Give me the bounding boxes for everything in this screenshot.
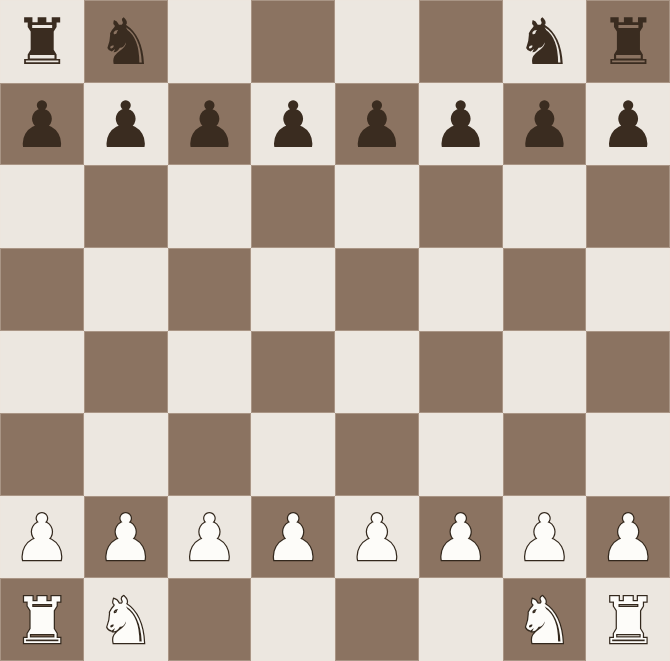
- square-c1[interactable]: [168, 578, 252, 661]
- black-knight-piece[interactable]: ♞: [516, 10, 573, 74]
- square-g2[interactable]: ♟: [503, 496, 587, 579]
- square-c3[interactable]: [168, 413, 252, 496]
- black-pawn-piece[interactable]: ♟: [432, 93, 489, 157]
- square-b2[interactable]: ♟: [84, 496, 168, 579]
- white-pawn-piece[interactable]: ♟: [13, 506, 70, 570]
- square-e4[interactable]: [335, 331, 419, 414]
- square-a8[interactable]: ♜: [0, 0, 84, 83]
- square-a3[interactable]: [0, 413, 84, 496]
- square-f1[interactable]: [419, 578, 503, 661]
- black-pawn-piece[interactable]: ♟: [348, 93, 405, 157]
- square-d8[interactable]: [251, 0, 335, 83]
- square-b7[interactable]: ♟: [84, 83, 168, 166]
- square-g1[interactable]: ♞: [503, 578, 587, 661]
- square-e5[interactable]: [335, 248, 419, 331]
- square-e1[interactable]: [335, 578, 419, 661]
- black-pawn-piece[interactable]: ♟: [264, 93, 321, 157]
- square-c2[interactable]: ♟: [168, 496, 252, 579]
- square-g6[interactable]: [503, 165, 587, 248]
- square-f2[interactable]: ♟: [419, 496, 503, 579]
- square-f4[interactable]: [419, 331, 503, 414]
- square-h8[interactable]: ♜: [586, 0, 670, 83]
- square-d6[interactable]: [251, 165, 335, 248]
- white-pawn-piece[interactable]: ♟: [348, 506, 405, 570]
- square-h5[interactable]: [586, 248, 670, 331]
- square-f8[interactable]: [419, 0, 503, 83]
- square-e3[interactable]: [335, 413, 419, 496]
- black-pawn-piece[interactable]: ♟: [181, 93, 238, 157]
- square-d2[interactable]: ♟: [251, 496, 335, 579]
- square-c7[interactable]: ♟: [168, 83, 252, 166]
- white-knight-piece[interactable]: ♞: [97, 589, 154, 653]
- square-h3[interactable]: [586, 413, 670, 496]
- square-h2[interactable]: ♟: [586, 496, 670, 579]
- square-g5[interactable]: [503, 248, 587, 331]
- square-f7[interactable]: ♟: [419, 83, 503, 166]
- black-pawn-piece[interactable]: ♟: [599, 93, 656, 157]
- white-rook-piece[interactable]: ♜: [13, 589, 70, 653]
- square-b5[interactable]: [84, 248, 168, 331]
- black-rook-piece[interactable]: ♜: [13, 10, 70, 74]
- white-pawn-piece[interactable]: ♟: [599, 506, 656, 570]
- square-g8[interactable]: ♞: [503, 0, 587, 83]
- square-g4[interactable]: [503, 331, 587, 414]
- square-h7[interactable]: ♟: [586, 83, 670, 166]
- square-c6[interactable]: [168, 165, 252, 248]
- white-pawn-piece[interactable]: ♟: [181, 506, 238, 570]
- white-pawn-piece[interactable]: ♟: [432, 506, 489, 570]
- square-g7[interactable]: ♟: [503, 83, 587, 166]
- square-e7[interactable]: ♟: [335, 83, 419, 166]
- square-d3[interactable]: [251, 413, 335, 496]
- square-a2[interactable]: ♟: [0, 496, 84, 579]
- square-a4[interactable]: [0, 331, 84, 414]
- white-pawn-piece[interactable]: ♟: [97, 506, 154, 570]
- black-rook-piece[interactable]: ♜: [599, 10, 656, 74]
- square-h6[interactable]: [586, 165, 670, 248]
- square-c8[interactable]: [168, 0, 252, 83]
- square-d1[interactable]: [251, 578, 335, 661]
- white-knight-piece[interactable]: ♞: [516, 589, 573, 653]
- square-b1[interactable]: ♞: [84, 578, 168, 661]
- square-c5[interactable]: [168, 248, 252, 331]
- square-a5[interactable]: [0, 248, 84, 331]
- square-a7[interactable]: ♟: [0, 83, 84, 166]
- square-f3[interactable]: [419, 413, 503, 496]
- square-e8[interactable]: [335, 0, 419, 83]
- square-a1[interactable]: ♜: [0, 578, 84, 661]
- black-pawn-piece[interactable]: ♟: [97, 93, 154, 157]
- white-pawn-piece[interactable]: ♟: [264, 506, 321, 570]
- square-a6[interactable]: [0, 165, 84, 248]
- square-d7[interactable]: ♟: [251, 83, 335, 166]
- square-b8[interactable]: ♞: [84, 0, 168, 83]
- white-rook-piece[interactable]: ♜: [599, 589, 656, 653]
- black-pawn-piece[interactable]: ♟: [13, 93, 70, 157]
- square-h1[interactable]: ♜: [586, 578, 670, 661]
- square-c4[interactable]: [168, 331, 252, 414]
- black-knight-piece[interactable]: ♞: [97, 10, 154, 74]
- square-b6[interactable]: [84, 165, 168, 248]
- square-d5[interactable]: [251, 248, 335, 331]
- square-e2[interactable]: ♟: [335, 496, 419, 579]
- square-f6[interactable]: [419, 165, 503, 248]
- chess-board: ♜♞♞♜♟♟♟♟♟♟♟♟♟♟♟♟♟♟♟♟♜♞♞♜: [0, 0, 670, 661]
- square-b4[interactable]: [84, 331, 168, 414]
- black-pawn-piece[interactable]: ♟: [516, 93, 573, 157]
- square-e6[interactable]: [335, 165, 419, 248]
- square-b3[interactable]: [84, 413, 168, 496]
- square-f5[interactable]: [419, 248, 503, 331]
- square-g3[interactable]: [503, 413, 587, 496]
- square-h4[interactable]: [586, 331, 670, 414]
- square-d4[interactable]: [251, 331, 335, 414]
- white-pawn-piece[interactable]: ♟: [516, 506, 573, 570]
